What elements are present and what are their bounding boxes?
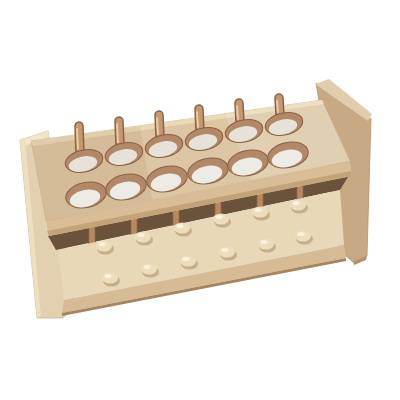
drying-peg-1: [79, 126, 80, 153]
bump-highlight: [297, 232, 304, 236]
bump: [219, 247, 235, 258]
bump: [258, 239, 274, 250]
bump: [290, 200, 306, 211]
drying-peg-2: [119, 121, 120, 146]
drying-peg-3-highlight: [157, 118, 158, 134]
bump: [295, 231, 311, 242]
drying-peg-4: [199, 109, 200, 131]
wooden-rack-scene: [0, 0, 400, 400]
bump: [96, 241, 112, 252]
drying-peg-5: [239, 103, 240, 123]
bump-highlight: [104, 274, 111, 278]
bump-highlight: [182, 257, 189, 261]
bump: [102, 273, 118, 284]
bump-highlight: [98, 242, 105, 246]
bump: [141, 264, 157, 275]
drying-peg-3: [159, 115, 160, 138]
drying-peg-4-highlight: [197, 112, 198, 127]
bump-highlight: [176, 224, 183, 228]
bump-highlight: [292, 201, 299, 205]
drying-peg-1-highlight: [77, 129, 78, 149]
drying-peg-5-highlight: [237, 106, 238, 119]
bump: [174, 223, 190, 234]
product-photo: [0, 0, 400, 400]
bump: [135, 232, 151, 243]
drying-peg-6-highlight: [277, 101, 278, 112]
bump: [252, 207, 268, 218]
bump-highlight: [215, 215, 222, 219]
bump-highlight: [143, 265, 150, 269]
bump: [180, 256, 196, 267]
bump-highlight: [137, 233, 144, 237]
bump: [213, 214, 229, 225]
bump-highlight: [254, 208, 261, 212]
bump-highlight: [260, 240, 267, 244]
drying-peg-2-highlight: [117, 124, 118, 142]
bump-highlight: [221, 248, 228, 252]
